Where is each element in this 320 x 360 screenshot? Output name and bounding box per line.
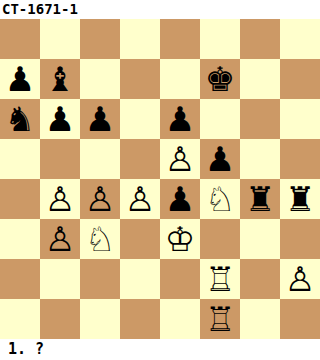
title-bar: CT-1671-1	[0, 0, 320, 19]
square-h1[interactable]	[280, 299, 320, 339]
square-g7[interactable]	[240, 59, 280, 99]
white-pawn-c4: ♙	[80, 179, 120, 219]
square-d7[interactable]	[120, 59, 160, 99]
square-f2[interactable]: ♖	[200, 259, 240, 299]
square-h5[interactable]	[280, 139, 320, 179]
square-d8[interactable]	[120, 19, 160, 59]
square-g4[interactable]: ♜	[240, 179, 280, 219]
square-b7[interactable]: ♝	[40, 59, 80, 99]
square-e2[interactable]	[160, 259, 200, 299]
white-knight-c3: ♘	[80, 219, 120, 259]
black-pawn-e4: ♟	[160, 179, 200, 219]
square-g8[interactable]	[240, 19, 280, 59]
black-rook-h4: ♜	[280, 179, 320, 219]
white-knight-f4: ♘	[200, 179, 240, 219]
white-king-e3: ♔	[160, 219, 200, 259]
white-pawn-b3: ♙	[40, 219, 80, 259]
square-f4[interactable]: ♘	[200, 179, 240, 219]
square-f7[interactable]: ♚	[200, 59, 240, 99]
black-pawn-c6: ♟	[80, 99, 120, 139]
square-g6[interactable]	[240, 99, 280, 139]
square-g3[interactable]	[240, 219, 280, 259]
square-d5[interactable]	[120, 139, 160, 179]
square-e7[interactable]	[160, 59, 200, 99]
black-king-f7: ♚	[200, 59, 240, 99]
square-b3[interactable]: ♙	[40, 219, 80, 259]
square-d6[interactable]	[120, 99, 160, 139]
square-a5[interactable]	[0, 139, 40, 179]
square-a3[interactable]	[0, 219, 40, 259]
square-e3[interactable]: ♔	[160, 219, 200, 259]
square-g1[interactable]	[240, 299, 280, 339]
square-a8[interactable]	[0, 19, 40, 59]
footer-bar: 1. ?	[0, 339, 320, 360]
square-h7[interactable]	[280, 59, 320, 99]
move-prompt: 1. ?	[0, 339, 44, 360]
square-b6[interactable]: ♟	[40, 99, 80, 139]
black-knight-a6: ♞	[0, 99, 40, 139]
square-a2[interactable]	[0, 259, 40, 299]
square-f8[interactable]	[200, 19, 240, 59]
white-rook-f1: ♖	[200, 299, 240, 339]
square-c6[interactable]: ♟	[80, 99, 120, 139]
square-g2[interactable]	[240, 259, 280, 299]
square-d1[interactable]	[120, 299, 160, 339]
square-f6[interactable]	[200, 99, 240, 139]
square-c1[interactable]	[80, 299, 120, 339]
square-a1[interactable]	[0, 299, 40, 339]
square-g5[interactable]	[240, 139, 280, 179]
white-pawn-e5: ♙	[160, 139, 200, 179]
white-pawn-h2: ♙	[280, 259, 320, 299]
square-h2[interactable]: ♙	[280, 259, 320, 299]
square-d3[interactable]	[120, 219, 160, 259]
black-rook-g4: ♜	[240, 179, 280, 219]
square-c5[interactable]	[80, 139, 120, 179]
square-f5[interactable]: ♟	[200, 139, 240, 179]
square-b5[interactable]	[40, 139, 80, 179]
black-pawn-f5: ♟	[200, 139, 240, 179]
chess-puzzle-diagram: CT-1671-1 ♟♝♚♞♟♟♟♙♟♙♙♙♟♘♜♜♙♘♔♖♙♖ 1. ?	[0, 0, 320, 360]
square-h6[interactable]	[280, 99, 320, 139]
square-a4[interactable]	[0, 179, 40, 219]
white-pawn-b4: ♙	[40, 179, 80, 219]
white-rook-f2: ♖	[200, 259, 240, 299]
square-e8[interactable]	[160, 19, 200, 59]
square-f3[interactable]	[200, 219, 240, 259]
square-e4[interactable]: ♟	[160, 179, 200, 219]
square-d2[interactable]	[120, 259, 160, 299]
square-c3[interactable]: ♘	[80, 219, 120, 259]
square-a6[interactable]: ♞	[0, 99, 40, 139]
square-b1[interactable]	[40, 299, 80, 339]
square-e1[interactable]	[160, 299, 200, 339]
black-pawn-e6: ♟	[160, 99, 200, 139]
square-e5[interactable]: ♙	[160, 139, 200, 179]
puzzle-title: CT-1671-1	[0, 0, 78, 19]
square-e6[interactable]: ♟	[160, 99, 200, 139]
square-d4[interactable]: ♙	[120, 179, 160, 219]
square-h4[interactable]: ♜	[280, 179, 320, 219]
square-b4[interactable]: ♙	[40, 179, 80, 219]
square-h3[interactable]	[280, 219, 320, 259]
square-f1[interactable]: ♖	[200, 299, 240, 339]
black-bishop-b7: ♝	[40, 59, 80, 99]
chess-board: ♟♝♚♞♟♟♟♙♟♙♙♙♟♘♜♜♙♘♔♖♙♖	[0, 19, 320, 339]
square-c2[interactable]	[80, 259, 120, 299]
square-c4[interactable]: ♙	[80, 179, 120, 219]
square-h8[interactable]	[280, 19, 320, 59]
white-pawn-d4: ♙	[120, 179, 160, 219]
black-pawn-b6: ♟	[40, 99, 80, 139]
square-c8[interactable]	[80, 19, 120, 59]
black-pawn-a7: ♟	[0, 59, 40, 99]
square-b8[interactable]	[40, 19, 80, 59]
square-c7[interactable]	[80, 59, 120, 99]
square-b2[interactable]	[40, 259, 80, 299]
square-a7[interactable]: ♟	[0, 59, 40, 99]
